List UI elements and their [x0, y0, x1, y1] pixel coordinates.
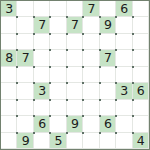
cell-r2c7[interactable] — [116, 34, 132, 50]
clue-cell-r3c6: 7 — [100, 50, 116, 66]
cell-r0c6[interactable] — [100, 1, 116, 17]
cell-r6c7[interactable] — [116, 100, 132, 116]
clue-cell-r7c2: 6 — [34, 116, 50, 132]
cell-r4c7[interactable] — [116, 67, 132, 83]
cell-grid: 376779877336696954 — [1, 1, 149, 149]
cell-r1c8[interactable] — [133, 17, 149, 33]
cell-r3c4[interactable] — [67, 50, 83, 66]
cell-r6c3[interactable] — [50, 100, 66, 116]
clue-cell-r5c7: 3 — [116, 83, 132, 99]
cell-r5c3[interactable] — [50, 83, 66, 99]
cell-r4c2[interactable] — [34, 67, 50, 83]
cell-r4c3[interactable] — [50, 67, 66, 83]
cell-r1c5[interactable] — [83, 17, 99, 33]
cell-r7c1[interactable] — [17, 116, 33, 132]
cell-r0c3[interactable] — [50, 1, 66, 17]
cell-r7c0[interactable] — [1, 116, 17, 132]
clue-cell-r1c2: 7 — [34, 17, 50, 33]
cell-r6c8[interactable] — [133, 100, 149, 116]
clue-cell-r1c6: 9 — [100, 17, 116, 33]
cell-r6c4[interactable] — [67, 100, 83, 116]
cell-r6c6[interactable] — [100, 100, 116, 116]
cell-r5c4[interactable] — [67, 83, 83, 99]
cell-r0c4[interactable] — [67, 1, 83, 17]
cell-r3c5[interactable] — [83, 50, 99, 66]
cell-r4c1[interactable] — [17, 67, 33, 83]
clue-cell-r3c0: 8 — [1, 50, 17, 66]
cell-r4c6[interactable] — [100, 67, 116, 83]
cell-r2c1[interactable] — [17, 34, 33, 50]
cell-r5c1[interactable] — [17, 83, 33, 99]
cell-r0c2[interactable] — [34, 1, 50, 17]
clue-cell-r7c4: 9 — [67, 116, 83, 132]
clue-cell-r0c5: 7 — [83, 1, 99, 17]
cell-r3c2[interactable] — [34, 50, 50, 66]
cell-r2c3[interactable] — [50, 34, 66, 50]
clue-cell-r5c8: 6 — [133, 83, 149, 99]
cell-r4c4[interactable] — [67, 67, 83, 83]
clue-cell-r5c2: 3 — [34, 83, 50, 99]
cell-r2c2[interactable] — [34, 34, 50, 50]
cell-r1c1[interactable] — [17, 17, 33, 33]
puzzle-board: 376779877336696954 — [0, 0, 150, 150]
cell-r1c3[interactable] — [50, 17, 66, 33]
puzzle-screen: 376779877336696954 — [0, 0, 150, 150]
cell-r7c7[interactable] — [116, 116, 132, 132]
cell-r6c5[interactable] — [83, 100, 99, 116]
cell-r6c0[interactable] — [1, 100, 17, 116]
cell-r3c7[interactable] — [116, 50, 132, 66]
cell-r6c1[interactable] — [17, 100, 33, 116]
cell-r5c0[interactable] — [1, 83, 17, 99]
cell-r2c0[interactable] — [1, 34, 17, 50]
clue-cell-r0c0: 3 — [1, 1, 17, 17]
cell-r3c8[interactable] — [133, 50, 149, 66]
cell-r8c0[interactable] — [1, 133, 17, 149]
cell-r8c5[interactable] — [83, 133, 99, 149]
cell-r4c0[interactable] — [1, 67, 17, 83]
cell-r4c5[interactable] — [83, 67, 99, 83]
cell-r7c8[interactable] — [133, 116, 149, 132]
cell-r8c6[interactable] — [100, 133, 116, 149]
cell-r8c2[interactable] — [34, 133, 50, 149]
cell-r4c8[interactable] — [133, 67, 149, 83]
cell-r8c4[interactable] — [67, 133, 83, 149]
clue-cell-r3c1: 7 — [17, 50, 33, 66]
cell-r8c7[interactable] — [116, 133, 132, 149]
cell-r6c2[interactable] — [34, 100, 50, 116]
clue-cell-r1c4: 7 — [67, 17, 83, 33]
cell-r2c6[interactable] — [100, 34, 116, 50]
cell-r0c8[interactable] — [133, 1, 149, 17]
cell-r0c1[interactable] — [17, 1, 33, 17]
cell-r7c5[interactable] — [83, 116, 99, 132]
cell-r2c5[interactable] — [83, 34, 99, 50]
clue-cell-r0c7: 6 — [116, 1, 132, 17]
cell-r7c3[interactable] — [50, 116, 66, 132]
cell-r2c8[interactable] — [133, 34, 149, 50]
cell-r5c5[interactable] — [83, 83, 99, 99]
cell-r1c0[interactable] — [1, 17, 17, 33]
clue-cell-r8c3: 5 — [50, 133, 66, 149]
cell-r1c7[interactable] — [116, 17, 132, 33]
clue-cell-r7c6: 6 — [100, 116, 116, 132]
clue-cell-r8c1: 9 — [17, 133, 33, 149]
cell-r5c6[interactable] — [100, 83, 116, 99]
clue-cell-r8c8: 4 — [133, 133, 149, 149]
cell-r2c4[interactable] — [67, 34, 83, 50]
cell-r3c3[interactable] — [50, 50, 66, 66]
